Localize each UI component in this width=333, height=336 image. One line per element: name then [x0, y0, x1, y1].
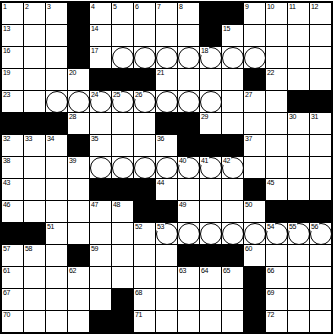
page: 1234567891011121314151617181920212223242…	[0, 0, 333, 334]
cell-r5c8[interactable]	[156, 91, 177, 112]
clue-number-65: 65	[223, 267, 231, 275]
cell-r11c7[interactable]: 52	[134, 223, 155, 244]
cell-r3c3[interactable]	[46, 47, 67, 68]
cell-r11c4[interactable]	[68, 223, 89, 244]
clue-number-36: 36	[157, 135, 165, 143]
clue-number-16: 16	[3, 47, 11, 55]
clue-number-70: 70	[3, 311, 11, 319]
cell-r13c14[interactable]	[288, 267, 309, 288]
cell-r8c1[interactable]: 38	[2, 157, 23, 178]
cell-r14c15[interactable]	[310, 289, 331, 310]
cell-r13c3[interactable]	[46, 267, 67, 288]
clue-number-27: 27	[245, 91, 253, 99]
block-cell-r7c4	[68, 135, 89, 156]
cell-r2c15[interactable]	[310, 25, 331, 46]
cell-r1c15[interactable]: 12	[310, 3, 331, 24]
clue-number-51: 51	[47, 223, 55, 231]
clue-number-47: 47	[91, 201, 99, 209]
cell-r2c1[interactable]: 13	[2, 25, 23, 46]
clue-number-61: 61	[3, 267, 11, 275]
cell-r12c12[interactable]: 60	[244, 245, 265, 266]
cell-r7c7[interactable]	[134, 135, 155, 156]
block-cell-r15c6	[112, 311, 133, 332]
cell-r2c13[interactable]	[266, 25, 287, 46]
crossword-grid: 1234567891011121314151617181920212223242…	[0, 1, 333, 334]
block-cell-r6c1	[2, 113, 23, 134]
cell-r8c12[interactable]	[244, 157, 265, 178]
clue-number-55: 55	[289, 223, 297, 231]
cell-r6c10[interactable]: 29	[200, 113, 221, 134]
cell-r10c4[interactable]	[68, 201, 89, 222]
cell-r11c13[interactable]: 54	[266, 223, 287, 244]
cell-r5c1[interactable]: 23	[2, 91, 23, 112]
block-cell-r6c2	[24, 113, 45, 134]
clue-number-28: 28	[69, 113, 77, 121]
cell-r9c15[interactable]	[310, 179, 331, 200]
circle-marker	[178, 47, 200, 69]
cell-r2c5[interactable]: 14	[90, 25, 111, 46]
cell-r8c9[interactable]: 40	[178, 157, 199, 178]
cell-r1c9[interactable]: 8	[178, 3, 199, 24]
cell-r8c8[interactable]	[156, 157, 177, 178]
clue-number-20: 20	[69, 69, 77, 77]
clue-number-4: 4	[91, 3, 96, 11]
clue-number-53: 53	[157, 223, 165, 231]
cell-r13c4[interactable]: 62	[68, 267, 89, 288]
block-cell-r9c5	[90, 179, 111, 200]
circle-marker	[90, 157, 112, 179]
cell-r14c10[interactable]	[200, 289, 221, 310]
cell-r12c15[interactable]	[310, 245, 331, 266]
block-cell-r1c11	[222, 3, 243, 24]
cell-r1c8[interactable]: 7	[156, 3, 177, 24]
cell-r4c2[interactable]	[24, 69, 45, 90]
cell-r6c14[interactable]: 30	[288, 113, 309, 134]
cell-r5c13[interactable]	[266, 91, 287, 112]
cell-r8c14[interactable]	[288, 157, 309, 178]
clue-number-66: 66	[267, 267, 275, 275]
cell-r5c10[interactable]	[200, 91, 221, 112]
cell-r10c9[interactable]: 49	[178, 201, 199, 222]
cell-r3c7[interactable]	[134, 47, 155, 68]
cell-r15c2[interactable]	[24, 311, 45, 332]
cell-r11c9[interactable]	[178, 223, 199, 244]
cell-r5c7[interactable]: 26	[134, 91, 155, 112]
block-cell-r10c8	[156, 201, 177, 222]
clue-number-10: 10	[267, 3, 275, 11]
cell-r4c3[interactable]	[46, 69, 67, 90]
cell-r9c13[interactable]: 45	[266, 179, 287, 200]
cell-r11c8[interactable]: 53	[156, 223, 177, 244]
cell-r9c11[interactable]	[222, 179, 243, 200]
circle-marker	[112, 47, 134, 69]
cell-r9c4[interactable]	[68, 179, 89, 200]
circle-marker	[68, 91, 90, 113]
clue-number-32: 32	[3, 135, 11, 143]
cell-r3c2[interactable]	[24, 47, 45, 68]
cell-r2c8[interactable]	[156, 25, 177, 46]
cell-r9c14[interactable]	[288, 179, 309, 200]
block-cell-r4c5	[90, 69, 111, 90]
circle-marker	[222, 47, 244, 69]
cell-r13c1[interactable]: 61	[2, 267, 23, 288]
cell-r6c13[interactable]	[266, 113, 287, 134]
block-cell-r10c13	[266, 201, 287, 222]
cell-r14c13[interactable]: 69	[266, 289, 287, 310]
cell-r12c13[interactable]	[266, 245, 287, 266]
clue-number-18: 18	[201, 47, 209, 55]
block-cell-r9c7	[134, 179, 155, 200]
cell-r3c6[interactable]	[112, 47, 133, 68]
clue-number-68: 68	[135, 289, 143, 297]
clue-number-56: 56	[311, 223, 319, 231]
cell-r7c8[interactable]: 36	[156, 135, 177, 156]
cell-r9c9[interactable]	[178, 179, 199, 200]
cell-r4c9[interactable]	[178, 69, 199, 90]
cell-r3c11[interactable]	[222, 47, 243, 68]
clue-number-58: 58	[25, 245, 33, 253]
clue-number-64: 64	[201, 267, 209, 275]
circle-marker	[156, 47, 178, 69]
block-cell-r6c3	[46, 113, 67, 134]
block-cell-r12c9	[178, 245, 199, 266]
circle-marker	[46, 91, 68, 113]
cell-r11c5[interactable]	[90, 223, 111, 244]
cell-r7c2[interactable]: 33	[24, 135, 45, 156]
cell-r2c6[interactable]	[112, 25, 133, 46]
circle-marker	[178, 223, 200, 245]
clue-number-49: 49	[179, 201, 187, 209]
clue-number-46: 46	[3, 201, 11, 209]
block-cell-r15c5	[90, 311, 111, 332]
clue-number-39: 39	[69, 157, 77, 165]
cell-r8c15[interactable]	[310, 157, 331, 178]
cell-r14c4[interactable]	[68, 289, 89, 310]
cell-r4c10[interactable]	[200, 69, 221, 90]
cell-r8c3[interactable]	[46, 157, 67, 178]
circle-marker	[156, 157, 178, 179]
block-cell-r9c12	[244, 179, 265, 200]
clue-number-72: 72	[267, 311, 275, 319]
block-cell-r13c12	[244, 267, 265, 288]
cell-r8c7[interactable]	[134, 157, 155, 178]
clue-number-71: 71	[135, 311, 143, 319]
cell-r1c14[interactable]: 11	[288, 3, 309, 24]
cell-r3c12[interactable]	[244, 47, 265, 68]
cell-r2c14[interactable]	[288, 25, 309, 46]
clue-number-38: 38	[3, 157, 11, 165]
clue-number-24: 24	[91, 91, 99, 99]
cell-r2c11[interactable]: 15	[222, 25, 243, 46]
clue-number-34: 34	[47, 135, 55, 143]
cell-r15c9[interactable]	[178, 311, 199, 332]
block-cell-r14c6	[112, 289, 133, 310]
cell-r13c13[interactable]: 66	[266, 267, 287, 288]
cell-r14c14[interactable]	[288, 289, 309, 310]
cell-r1c13[interactable]: 10	[266, 3, 287, 24]
cell-r15c10[interactable]	[200, 311, 221, 332]
cell-r13c2[interactable]	[24, 267, 45, 288]
cell-r13c5[interactable]	[90, 267, 111, 288]
cell-r14c9[interactable]	[178, 289, 199, 310]
cell-r1c7[interactable]: 6	[134, 3, 155, 24]
clue-number-52: 52	[135, 223, 143, 231]
clue-number-31: 31	[311, 113, 319, 121]
cell-r15c13[interactable]: 72	[266, 311, 287, 332]
cell-r7c3[interactable]: 34	[46, 135, 67, 156]
block-cell-r2c10	[200, 25, 221, 46]
cell-r14c8[interactable]	[156, 289, 177, 310]
clue-number-3: 3	[47, 3, 52, 11]
cell-r14c3[interactable]	[46, 289, 67, 310]
cell-r14c1[interactable]: 67	[2, 289, 23, 310]
circle-marker	[244, 47, 266, 69]
clue-number-67: 67	[3, 289, 11, 297]
cell-r7c15[interactable]	[310, 135, 331, 156]
cell-r10c3[interactable]	[46, 201, 67, 222]
cell-r4c15[interactable]	[310, 69, 331, 90]
cell-r10c6[interactable]: 48	[112, 201, 133, 222]
cell-r14c5[interactable]	[90, 289, 111, 310]
cell-r3c13[interactable]	[266, 47, 287, 68]
block-cell-r10c7	[134, 201, 155, 222]
clue-number-26: 26	[135, 91, 143, 99]
cell-r1c12[interactable]: 9	[244, 3, 265, 24]
cell-r15c15[interactable]	[310, 311, 331, 332]
block-cell-r4c7	[134, 69, 155, 90]
cell-r14c11[interactable]	[222, 289, 243, 310]
cell-r8c2[interactable]	[24, 157, 45, 178]
cell-r8c11[interactable]: 42	[222, 157, 243, 178]
cell-r1c6[interactable]: 5	[112, 3, 133, 24]
clue-number-43: 43	[3, 179, 11, 187]
cell-r15c3[interactable]	[46, 311, 67, 332]
circle-marker	[200, 91, 222, 113]
cell-r13c9[interactable]: 63	[178, 267, 199, 288]
cell-r8c5[interactable]	[90, 157, 111, 178]
clue-number-7: 7	[157, 3, 162, 11]
cell-r3c14[interactable]	[288, 47, 309, 68]
cell-r9c2[interactable]	[24, 179, 45, 200]
block-cell-r4c6	[112, 69, 133, 90]
clue-number-62: 62	[69, 267, 77, 275]
cell-r13c11[interactable]: 65	[222, 267, 243, 288]
cell-r15c4[interactable]	[68, 311, 89, 332]
cell-r13c6[interactable]	[112, 267, 133, 288]
clue-number-13: 13	[3, 25, 11, 33]
cell-r3c8[interactable]	[156, 47, 177, 68]
cell-r9c8[interactable]: 44	[156, 179, 177, 200]
cell-r11c6[interactable]	[112, 223, 133, 244]
clue-number-21: 21	[157, 69, 165, 77]
cell-r9c3[interactable]	[46, 179, 67, 200]
clue-number-37: 37	[245, 135, 253, 143]
clue-number-5: 5	[113, 3, 118, 11]
clue-number-30: 30	[289, 113, 297, 121]
cell-r11c15[interactable]: 56	[310, 223, 331, 244]
clue-number-11: 11	[289, 3, 297, 11]
cell-r12c8[interactable]	[156, 245, 177, 266]
circle-marker	[112, 157, 134, 179]
circle-marker	[134, 157, 156, 179]
cell-r12c3[interactable]	[46, 245, 67, 266]
cell-r6c6[interactable]	[112, 113, 133, 134]
clue-number-15: 15	[223, 25, 231, 33]
cell-r4c8[interactable]: 21	[156, 69, 177, 90]
clue-number-22: 22	[267, 69, 275, 77]
cell-r9c1[interactable]: 43	[2, 179, 23, 200]
cell-r2c12[interactable]	[244, 25, 265, 46]
cell-r7c13[interactable]	[266, 135, 287, 156]
cell-r5c3[interactable]	[46, 91, 67, 112]
clue-number-41: 41	[201, 157, 209, 165]
cell-r7c12[interactable]: 37	[244, 135, 265, 156]
cell-r5c5[interactable]: 24	[90, 91, 111, 112]
block-cell-r7c9	[178, 135, 199, 156]
cell-r3c9[interactable]	[178, 47, 199, 68]
cell-r4c13[interactable]: 22	[266, 69, 287, 90]
cell-r5c9[interactable]	[178, 91, 199, 112]
cell-r6c4[interactable]: 28	[68, 113, 89, 134]
cell-r15c14[interactable]	[288, 311, 309, 332]
cell-r15c11[interactable]	[222, 311, 243, 332]
cell-r9c10[interactable]	[200, 179, 221, 200]
block-cell-r6c8	[156, 113, 177, 134]
clue-number-33: 33	[25, 135, 33, 143]
cell-r7c14[interactable]	[288, 135, 309, 156]
cell-r12c14[interactable]	[288, 245, 309, 266]
cell-r11c12[interactable]	[244, 223, 265, 244]
cell-r14c7[interactable]: 68	[134, 289, 155, 310]
cell-r13c7[interactable]	[134, 267, 155, 288]
block-cell-r11c1	[2, 223, 23, 244]
cell-r10c5[interactable]: 47	[90, 201, 111, 222]
block-cell-r6c9	[178, 113, 199, 134]
clue-number-69: 69	[267, 289, 275, 297]
clue-number-12: 12	[311, 3, 319, 11]
cell-r1c3[interactable]: 3	[46, 3, 67, 24]
clue-number-8: 8	[179, 3, 184, 11]
cell-r4c14[interactable]	[288, 69, 309, 90]
block-cell-r1c10	[200, 3, 221, 24]
cell-r7c6[interactable]	[112, 135, 133, 156]
circle-marker	[222, 223, 244, 245]
clue-number-2: 2	[25, 3, 30, 11]
clue-number-14: 14	[91, 25, 99, 33]
cell-r3c10[interactable]: 18	[200, 47, 221, 68]
cell-r6c12[interactable]	[244, 113, 265, 134]
cell-r11c3[interactable]: 51	[46, 223, 67, 244]
circle-marker	[244, 223, 266, 245]
cell-r13c8[interactable]	[156, 267, 177, 288]
cell-r4c11[interactable]	[222, 69, 243, 90]
clue-number-60: 60	[245, 245, 253, 253]
clue-number-48: 48	[113, 201, 121, 209]
cell-r13c10[interactable]: 64	[200, 267, 221, 288]
clue-number-35: 35	[91, 135, 99, 143]
cell-r6c11[interactable]	[222, 113, 243, 134]
block-cell-r5c15	[310, 91, 331, 112]
clue-number-23: 23	[3, 91, 11, 99]
cell-r4c1[interactable]: 19	[2, 69, 23, 90]
cell-r10c2[interactable]	[24, 201, 45, 222]
cell-r6c5[interactable]	[90, 113, 111, 134]
cell-r2c7[interactable]	[134, 25, 155, 46]
cell-r10c11[interactable]	[222, 201, 243, 222]
cell-r3c15[interactable]	[310, 47, 331, 68]
cell-r8c10[interactable]: 41	[200, 157, 221, 178]
cell-r13c15[interactable]	[310, 267, 331, 288]
cell-r11c10[interactable]	[200, 223, 221, 244]
cell-r6c7[interactable]	[134, 113, 155, 134]
clue-number-63: 63	[179, 267, 187, 275]
clue-number-25: 25	[113, 91, 121, 99]
cell-r12c1[interactable]: 57	[2, 245, 23, 266]
cell-r2c9[interactable]	[178, 25, 199, 46]
cell-r2c2[interactable]	[24, 25, 45, 46]
cell-r10c10[interactable]	[200, 201, 221, 222]
cell-r5c6[interactable]: 25	[112, 91, 133, 112]
cell-r11c11[interactable]	[222, 223, 243, 244]
block-cell-r15c12	[244, 311, 265, 332]
cell-r2c3[interactable]	[46, 25, 67, 46]
clue-number-19: 19	[3, 69, 11, 77]
block-cell-r7c11	[222, 135, 243, 156]
cell-r5c4[interactable]	[68, 91, 89, 112]
cell-r12c2[interactable]: 58	[24, 245, 45, 266]
cell-r1c1[interactable]: 1	[2, 3, 23, 24]
cell-r12c6[interactable]	[112, 245, 133, 266]
cell-r12c5[interactable]: 59	[90, 245, 111, 266]
cell-r8c6[interactable]	[112, 157, 133, 178]
cell-r3c1[interactable]: 16	[2, 47, 23, 68]
cell-r11c14[interactable]: 55	[288, 223, 309, 244]
circle-marker	[200, 223, 222, 245]
block-cell-r4c12	[244, 69, 265, 90]
cell-r5c12[interactable]: 27	[244, 91, 265, 112]
cell-r1c5[interactable]: 4	[90, 3, 111, 24]
cell-r10c12[interactable]: 50	[244, 201, 265, 222]
cell-r5c11[interactable]	[222, 91, 243, 112]
clue-number-1: 1	[3, 3, 8, 11]
cell-r14c2[interactable]	[24, 289, 45, 310]
clue-number-54: 54	[267, 223, 275, 231]
cell-r15c8[interactable]	[156, 311, 177, 332]
cell-r3c5[interactable]: 17	[90, 47, 111, 68]
cell-r15c7[interactable]: 71	[134, 311, 155, 332]
cell-r5c2[interactable]	[24, 91, 45, 112]
clue-number-40: 40	[179, 157, 187, 165]
block-cell-r14c12	[244, 289, 265, 310]
cell-r4c4[interactable]: 20	[68, 69, 89, 90]
clue-number-29: 29	[201, 113, 209, 121]
cell-r10c1[interactable]: 46	[2, 201, 23, 222]
circle-marker	[134, 47, 156, 69]
cell-r6c15[interactable]: 31	[310, 113, 331, 134]
clue-number-44: 44	[157, 179, 165, 187]
block-cell-r5c14	[288, 91, 309, 112]
clue-number-6: 6	[135, 3, 140, 11]
circle-marker	[156, 91, 178, 113]
cell-r7c5[interactable]: 35	[90, 135, 111, 156]
cell-r8c4[interactable]: 39	[68, 157, 89, 178]
cell-r1c2[interactable]: 2	[24, 3, 45, 24]
cell-r7c1[interactable]: 32	[2, 135, 23, 156]
cell-r15c1[interactable]: 70	[2, 311, 23, 332]
cell-r12c7[interactable]	[134, 245, 155, 266]
circle-marker	[178, 91, 200, 113]
cell-r8c13[interactable]	[266, 157, 287, 178]
